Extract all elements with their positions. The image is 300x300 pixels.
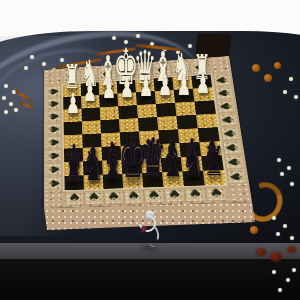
inlay-dot [2, 96, 6, 100]
leaf-motif-icon: ♠ [45, 136, 63, 150]
leaf-motif-icon: ♠ [45, 97, 63, 110]
inlay-redblob [256, 248, 266, 256]
board-square[interactable] [175, 101, 196, 115]
board-square[interactable] [64, 121, 83, 135]
inlay-redblob [270, 252, 282, 262]
inlay-dot [24, 66, 28, 70]
black-rook[interactable]: ♜ [204, 142, 224, 182]
leaf-motif-icon: ♠ [45, 163, 64, 177]
inlay-dot [290, 236, 294, 240]
inlay-blob [264, 74, 272, 82]
leaf-motif-icon: ♠ [65, 189, 85, 205]
inlay-dot [4, 110, 8, 114]
inlay-dot hi [272, 270, 276, 274]
black-rook[interactable]: ♜ [64, 149, 83, 187]
white-pawn[interactable]: ♟ [102, 76, 116, 104]
inlay-dot [14, 108, 18, 112]
board-square[interactable] [196, 114, 218, 129]
white-pawn[interactable]: ♟ [196, 69, 210, 98]
border-leaf-band-left: ♠♠♠♠♠♠♠♠ [46, 85, 64, 191]
leaf-motif-icon: ♠ [45, 123, 63, 136]
inlay-dot hi [292, 268, 296, 272]
inlay-dot hi [286, 278, 290, 282]
inlay-dot [290, 182, 294, 186]
board-square[interactable] [100, 119, 119, 133]
inlay-blob [252, 64, 260, 72]
board-square[interactable] [81, 107, 100, 121]
leaf-motif-icon: ♠ [163, 185, 185, 202]
inlay-dot hi [278, 288, 282, 292]
leaf-motif-icon: ♠ [45, 110, 63, 123]
board-square[interactable] [82, 120, 101, 134]
white-pawn[interactable]: ♟ [177, 70, 191, 98]
inlay-dot [294, 95, 298, 99]
table-front-face [0, 259, 300, 300]
inlay-dot [289, 77, 293, 81]
board-square[interactable] [118, 105, 138, 119]
leaf-motif-icon: ♠ [222, 155, 245, 170]
leaf-motif-icon: ♠ [215, 99, 237, 113]
leaf-motif-icon: ♠ [211, 73, 232, 87]
inlay-dot [287, 166, 291, 170]
leaf-motif-icon: ♠ [45, 149, 64, 163]
white-pawn[interactable]: ♟ [139, 73, 153, 101]
leaf-motif-icon: ♠ [45, 85, 63, 98]
inlay-blob [274, 62, 281, 69]
black-knight[interactable]: ♞ [182, 139, 204, 183]
inlay-dot [30, 55, 34, 59]
leaf-motif-icon: ♠ [216, 113, 238, 127]
board-square[interactable] [194, 100, 216, 114]
inlay-dot [42, 62, 46, 66]
white-pawn[interactable]: ♟ [83, 77, 97, 104]
leaf-motif-icon: ♠ [84, 188, 104, 205]
leaf-motif-icon: ♠ [224, 169, 247, 184]
board-square[interactable] [100, 106, 119, 120]
leaf-motif-icon: ♠ [213, 86, 235, 100]
photo-scene: ♠♠♠♠♠♠♠♠ ♠♠♠♠♠♠♠♠ ♠♠♠♠♠♠♠♠ ♠♠♠♠♠♠♠♠ ♜♞♝♚… [0, 0, 300, 300]
inlay-dot [277, 158, 281, 162]
inlay-dot [272, 216, 276, 220]
inlay-dot [283, 224, 287, 228]
leaf-motif-icon: ♠ [205, 184, 228, 201]
leaf-motif-icon: ♠ [45, 176, 64, 190]
inlay-dot [283, 90, 287, 94]
board-square[interactable] [137, 104, 157, 118]
inlay-dot [9, 102, 13, 106]
inlay-dot [276, 232, 280, 236]
leaf-motif-icon: ♠ [184, 185, 207, 202]
white-pawn[interactable]: ♟ [158, 72, 172, 100]
inlay-blob [250, 226, 258, 234]
white-pawn[interactable]: ♟ [66, 91, 80, 119]
board-square[interactable] [156, 103, 177, 117]
clasp-bead [141, 226, 146, 233]
inlay-dot [4, 84, 8, 88]
board-square[interactable] [176, 115, 197, 130]
inlay-dot [280, 172, 284, 176]
white-pawn[interactable]: ♟ [120, 75, 134, 103]
